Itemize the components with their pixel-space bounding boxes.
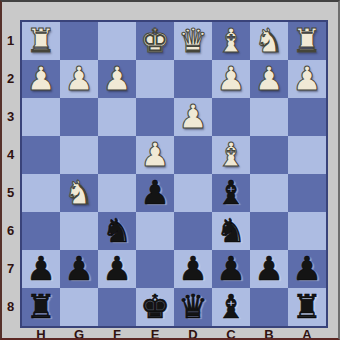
square-a7[interactable]: ♟ xyxy=(288,250,326,288)
rank-label-3: 3 xyxy=(2,98,19,136)
square-e4[interactable]: ♟ xyxy=(136,136,174,174)
black-rook-piece[interactable]: ♜ xyxy=(26,288,56,326)
square-h3[interactable] xyxy=(22,98,60,136)
square-f6[interactable]: ♞ xyxy=(98,212,136,250)
square-h5[interactable] xyxy=(22,174,60,212)
square-d4[interactable] xyxy=(174,136,212,174)
square-a8[interactable]: ♜ xyxy=(288,288,326,326)
square-b2[interactable]: ♟ xyxy=(250,60,288,98)
square-c5[interactable]: ♝ xyxy=(212,174,250,212)
white-pawn-piece[interactable]: ♟ xyxy=(102,60,132,98)
white-rook-piece[interactable]: ♜ xyxy=(26,22,56,60)
white-knight-piece[interactable]: ♞ xyxy=(254,22,284,60)
square-g6[interactable] xyxy=(60,212,98,250)
black-king-piece[interactable]: ♚ xyxy=(140,288,170,326)
square-h1[interactable]: ♜ xyxy=(22,22,60,60)
black-knight-piece[interactable]: ♞ xyxy=(102,212,132,250)
black-pawn-piece[interactable]: ♟ xyxy=(140,174,170,212)
square-a4[interactable] xyxy=(288,136,326,174)
black-bishop-piece[interactable]: ♝ xyxy=(216,288,246,326)
square-e1[interactable]: ♚ xyxy=(136,22,174,60)
rank-label-2: 2 xyxy=(2,60,19,98)
white-pawn-piece[interactable]: ♟ xyxy=(26,60,56,98)
black-pawn-piece[interactable]: ♟ xyxy=(102,250,132,288)
white-bishop-piece[interactable]: ♝ xyxy=(216,22,246,60)
square-g4[interactable] xyxy=(60,136,98,174)
white-pawn-piece[interactable]: ♟ xyxy=(254,60,284,98)
square-f3[interactable] xyxy=(98,98,136,136)
square-a2[interactable]: ♟ xyxy=(288,60,326,98)
square-e5[interactable]: ♟ xyxy=(136,174,174,212)
chess-diagram: ♜♚♛♝♞♜♟♟♟♟♟♟♟♟♝♞♟♝♞♞♟♟♟♟♟♟♟♜♚♛♝♜ 1234567… xyxy=(0,0,340,340)
square-h8[interactable]: ♜ xyxy=(22,288,60,326)
square-b3[interactable] xyxy=(250,98,288,136)
square-f5[interactable] xyxy=(98,174,136,212)
square-c6[interactable]: ♞ xyxy=(212,212,250,250)
white-king-piece[interactable]: ♚ xyxy=(140,22,170,60)
black-rook-piece[interactable]: ♜ xyxy=(292,288,322,326)
square-g1[interactable] xyxy=(60,22,98,60)
square-h4[interactable] xyxy=(22,136,60,174)
file-label-f: F xyxy=(98,328,136,340)
file-label-d: D xyxy=(174,328,212,340)
square-d7[interactable]: ♟ xyxy=(174,250,212,288)
white-bishop-piece[interactable]: ♝ xyxy=(216,136,246,174)
square-b5[interactable] xyxy=(250,174,288,212)
white-rook-piece[interactable]: ♜ xyxy=(292,22,322,60)
square-g7[interactable]: ♟ xyxy=(60,250,98,288)
square-b6[interactable] xyxy=(250,212,288,250)
square-c1[interactable]: ♝ xyxy=(212,22,250,60)
white-pawn-piece[interactable]: ♟ xyxy=(292,60,322,98)
black-pawn-piece[interactable]: ♟ xyxy=(178,250,208,288)
square-b7[interactable]: ♟ xyxy=(250,250,288,288)
square-c4[interactable]: ♝ xyxy=(212,136,250,174)
rank-label-6: 6 xyxy=(2,212,19,250)
square-a1[interactable]: ♜ xyxy=(288,22,326,60)
square-e7[interactable] xyxy=(136,250,174,288)
square-c3[interactable] xyxy=(212,98,250,136)
white-queen-piece[interactable]: ♛ xyxy=(178,22,208,60)
black-pawn-piece[interactable]: ♟ xyxy=(254,250,284,288)
rank-label-7: 7 xyxy=(2,250,19,288)
square-g8[interactable] xyxy=(60,288,98,326)
square-a5[interactable] xyxy=(288,174,326,212)
square-d1[interactable]: ♛ xyxy=(174,22,212,60)
white-pawn-piece[interactable]: ♟ xyxy=(178,98,208,136)
file-label-h: H xyxy=(22,328,60,340)
black-pawn-piece[interactable]: ♟ xyxy=(26,250,56,288)
white-pawn-piece[interactable]: ♟ xyxy=(140,136,170,174)
square-c2[interactable]: ♟ xyxy=(212,60,250,98)
square-f4[interactable] xyxy=(98,136,136,174)
square-g3[interactable] xyxy=(60,98,98,136)
white-pawn-piece[interactable]: ♟ xyxy=(64,60,94,98)
square-a3[interactable] xyxy=(288,98,326,136)
square-b1[interactable]: ♞ xyxy=(250,22,288,60)
file-label-e: E xyxy=(136,328,174,340)
square-f8[interactable] xyxy=(98,288,136,326)
file-label-g: G xyxy=(60,328,98,340)
black-knight-piece[interactable]: ♞ xyxy=(216,212,246,250)
rank-label-5: 5 xyxy=(2,174,19,212)
square-e2[interactable] xyxy=(136,60,174,98)
square-c7[interactable]: ♟ xyxy=(212,250,250,288)
square-e8[interactable]: ♚ xyxy=(136,288,174,326)
square-d6[interactable] xyxy=(174,212,212,250)
square-f2[interactable]: ♟ xyxy=(98,60,136,98)
black-pawn-piece[interactable]: ♟ xyxy=(216,250,246,288)
black-bishop-piece[interactable]: ♝ xyxy=(216,174,246,212)
file-label-a: A xyxy=(288,328,326,340)
rank-label-8: 8 xyxy=(2,288,19,326)
file-label-b: B xyxy=(250,328,288,340)
rank-label-4: 4 xyxy=(2,136,19,174)
square-b8[interactable] xyxy=(250,288,288,326)
square-f7[interactable]: ♟ xyxy=(98,250,136,288)
square-d2[interactable] xyxy=(174,60,212,98)
file-label-c: C xyxy=(212,328,250,340)
square-e3[interactable] xyxy=(136,98,174,136)
square-d5[interactable] xyxy=(174,174,212,212)
square-d8[interactable]: ♛ xyxy=(174,288,212,326)
rank-label-1: 1 xyxy=(2,22,19,60)
black-pawn-piece[interactable]: ♟ xyxy=(292,250,322,288)
black-pawn-piece[interactable]: ♟ xyxy=(64,250,94,288)
white-knight-piece[interactable]: ♞ xyxy=(64,174,94,212)
square-h6[interactable] xyxy=(22,212,60,250)
black-queen-piece[interactable]: ♛ xyxy=(178,288,208,326)
square-a6[interactable] xyxy=(288,212,326,250)
square-e6[interactable] xyxy=(136,212,174,250)
square-g5[interactable]: ♞ xyxy=(60,174,98,212)
square-d3[interactable]: ♟ xyxy=(174,98,212,136)
white-pawn-piece[interactable]: ♟ xyxy=(216,60,246,98)
square-b4[interactable] xyxy=(250,136,288,174)
square-h2[interactable]: ♟ xyxy=(22,60,60,98)
square-f1[interactable] xyxy=(98,22,136,60)
chess-board: ♜♚♛♝♞♜♟♟♟♟♟♟♟♟♝♞♟♝♞♞♟♟♟♟♟♟♟♜♚♛♝♜ xyxy=(20,20,328,328)
square-c8[interactable]: ♝ xyxy=(212,288,250,326)
square-g2[interactable]: ♟ xyxy=(60,60,98,98)
square-h7[interactable]: ♟ xyxy=(22,250,60,288)
